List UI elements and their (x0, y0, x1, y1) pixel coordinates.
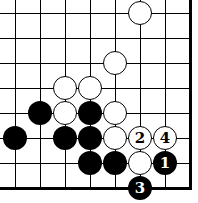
stone-white (103, 126, 127, 150)
stone-white (53, 76, 77, 100)
move-number-label: 1 (160, 156, 170, 171)
stone-black (3, 126, 27, 150)
stone-black-move-1: 1 (153, 151, 177, 175)
stone-black (53, 126, 77, 150)
stone-black (103, 151, 127, 175)
grid-line-horizontal (0, 38, 192, 39)
stone-black (78, 151, 102, 175)
move-number-label: 4 (160, 131, 170, 146)
stone-black (78, 101, 102, 125)
move-number-label: 2 (135, 131, 145, 146)
stone-white (78, 76, 102, 100)
board-edge-bottom (0, 187, 192, 190)
stone-black (78, 126, 102, 150)
go-board: 2413 (0, 0, 198, 203)
stone-black (28, 101, 52, 125)
stone-white-move-2: 2 (128, 126, 152, 150)
stone-white (103, 101, 127, 125)
grid-line-vertical (40, 0, 41, 190)
stone-white (128, 151, 152, 175)
move-number-label: 3 (135, 181, 145, 196)
grid-line-vertical (15, 0, 16, 190)
grid-line-horizontal (0, 63, 192, 64)
stone-black-move-3: 3 (128, 176, 152, 200)
stone-white-move-4: 4 (153, 126, 177, 150)
grid-line-horizontal (0, 13, 192, 14)
stone-white (53, 101, 77, 125)
stone-white (128, 1, 152, 25)
stone-white (103, 51, 127, 75)
board-edge-right (189, 0, 192, 190)
